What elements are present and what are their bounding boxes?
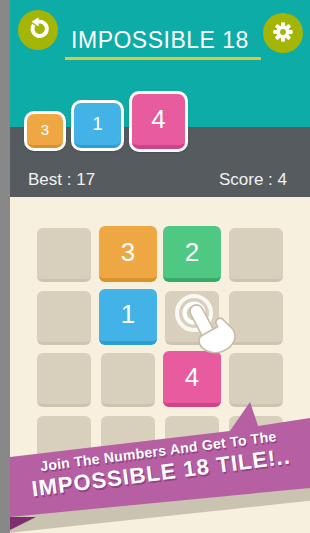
app-screen: IMPOSSIBLE 18 3 — [10, 0, 310, 533]
tap-hand-icon — [168, 288, 246, 372]
board-cell-r1c2: 3 — [101, 228, 155, 282]
board-cell-r3c1 — [37, 353, 91, 407]
board-cell-r1c4 — [229, 228, 283, 282]
tile-2[interactable]: 2 — [163, 226, 221, 282]
board-cell-r3c2 — [101, 353, 155, 407]
showcase-tile-1: 1 — [71, 100, 124, 151]
board-cell-r1c3: 2 — [165, 228, 219, 282]
tile-1[interactable]: 1 — [99, 289, 157, 345]
undo-icon — [25, 16, 51, 45]
showcase-tile-3: 3 — [24, 111, 66, 151]
showcase-tile-4-value: 4 — [132, 94, 185, 149]
tile-3[interactable]: 3 — [99, 226, 157, 282]
showcase-tile-1-value: 1 — [74, 103, 121, 148]
board-cell-r2c1 — [37, 291, 91, 345]
showcase-tile-3-value: 3 — [27, 114, 63, 148]
settings-button[interactable] — [263, 13, 303, 53]
board-cell-r1c1 — [37, 228, 91, 282]
current-score-label: Score : 4 — [219, 170, 287, 190]
board-cell-r2c2: 1 — [101, 291, 155, 345]
showcase-tile-4: 4 — [129, 91, 188, 152]
best-score-label: Best : 17 — [28, 170, 95, 190]
title-underline — [65, 57, 261, 60]
gear-icon — [270, 19, 296, 48]
restart-button[interactable] — [18, 10, 58, 50]
